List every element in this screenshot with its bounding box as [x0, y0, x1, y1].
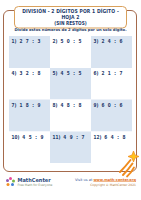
logo-tagline: Free Math for Everyone — [18, 183, 53, 187]
problem-number: 9) — [94, 103, 99, 108]
page-subtitle: (SIN RESTOS) — [17, 20, 124, 26]
problem-number: 1) — [12, 39, 17, 44]
problem-number: 2) — [53, 39, 58, 44]
problem-expression: 2 7 : 3 — [19, 39, 41, 44]
problem-cell: 11)4 9 : 7 — [50, 131, 91, 163]
problem-number: 8) — [53, 103, 58, 108]
problem-expression: 4 9 : 7 — [63, 134, 85, 139]
problem-cell: 1)2 7 : 3 — [9, 36, 50, 68]
problem-number: 5) — [53, 71, 58, 76]
problem-number: 3) — [94, 39, 99, 44]
visit-line: Visit us at www.math-center.org — [75, 178, 136, 182]
problem-expression: 4 5 : 9 — [22, 134, 44, 139]
problem-number: 4) — [12, 71, 17, 76]
problem-expression: 1 8 : 9 — [19, 103, 41, 108]
problem-cell: 2)5 0 : 5 — [50, 36, 91, 68]
problem-expression: 4 8 : 8 — [60, 103, 82, 108]
problem-expression: 2 1 : 7 — [101, 71, 123, 76]
visit-prefix: Visit us at — [75, 178, 93, 182]
problem-cell: 9)6 0 : 6 — [91, 100, 132, 132]
problems-grid: 1)2 7 : 32)5 0 : 53)2 4 : 64)3 2 : 85)4 … — [9, 36, 132, 163]
problem-number: 7) — [12, 103, 17, 108]
problem-cell: 7)1 8 : 9 — [9, 100, 50, 132]
problem-number: 12) — [94, 134, 102, 139]
problem-expression: 6 4 : 8 — [104, 134, 126, 139]
worksheet-page: DIVISIÓN - 2 DÍGITOS POR 1 DÍGITO - HOJA… — [0, 0, 141, 200]
problem-expression: 2 4 : 6 — [101, 39, 123, 44]
problem-cell: 5)4 5 : 5 — [50, 68, 91, 100]
problem-cell: 6)2 1 : 7 — [91, 68, 132, 100]
shooting-star-icon — [117, 150, 140, 178]
copyright-text: Copyright © MathCenter 2021 — [75, 183, 136, 187]
problem-expression: 6 0 : 6 — [101, 103, 123, 108]
problem-number: 10) — [12, 134, 20, 139]
flower-logo-icon — [6, 177, 15, 186]
website-link[interactable]: www.math-center.org — [93, 178, 136, 182]
problem-expression: 3 2 : 8 — [19, 71, 41, 76]
problem-cell: 4)3 2 : 8 — [9, 68, 50, 100]
problem-expression: 5 0 : 5 — [60, 39, 82, 44]
problem-number: 6) — [94, 71, 99, 76]
problem-expression: 4 5 : 5 — [60, 71, 82, 76]
page-title: DIVISIÓN - 2 DÍGITOS POR 1 DÍGITO - HOJA… — [17, 9, 124, 20]
problem-cell: 3)2 4 : 6 — [91, 36, 132, 68]
mathcenter-logo: MathCenter Free Math for Everyone — [6, 177, 52, 186]
instruction-text: Divide estos números de 2 dígitos por un… — [0, 28, 141, 33]
problem-number: 11) — [53, 134, 61, 139]
problem-cell: 10)4 5 : 9 — [9, 131, 50, 163]
problem-cell: 8)4 8 : 8 — [50, 100, 91, 132]
title-box: DIVISIÓN - 2 DÍGITOS POR 1 DÍGITO - HOJA… — [14, 6, 127, 28]
